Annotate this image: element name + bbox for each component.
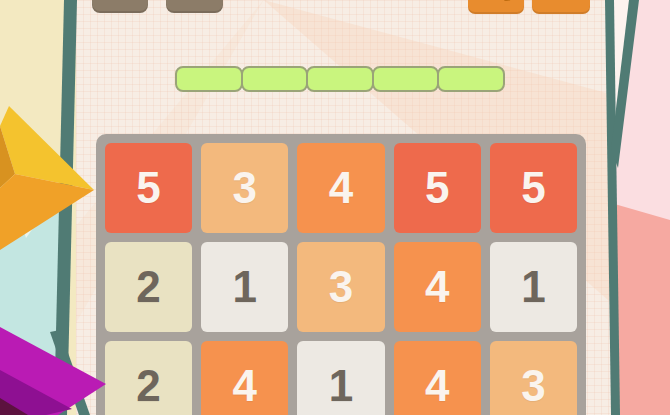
game-board: 534552134124143 <box>96 134 586 415</box>
tile-4[interactable]: 4 <box>394 242 481 332</box>
tile-2[interactable]: 2 <box>105 341 192 415</box>
tile-5[interactable]: 5 <box>105 143 192 233</box>
tile-5[interactable]: 5 <box>394 143 481 233</box>
progress-segment <box>437 66 505 92</box>
progress-segment <box>372 66 440 92</box>
undo-button[interactable] <box>468 0 524 14</box>
tile-4[interactable]: 4 <box>297 143 384 233</box>
settings-icon <box>552 0 570 1</box>
tile-1[interactable]: 1 <box>201 242 288 332</box>
progress-segment <box>241 66 309 92</box>
game-screen: 534552134124143 <box>0 0 670 415</box>
tile-3[interactable]: 3 <box>297 242 384 332</box>
menu-button-1[interactable] <box>92 0 148 13</box>
settings-button[interactable] <box>532 0 590 14</box>
tile-4[interactable]: 4 <box>394 341 481 415</box>
tile-3[interactable]: 3 <box>201 143 288 233</box>
tile-3[interactable]: 3 <box>490 341 577 415</box>
tile-1[interactable]: 1 <box>490 242 577 332</box>
undo-icon <box>496 0 518 3</box>
tile-2[interactable]: 2 <box>105 242 192 332</box>
progress-segment <box>306 66 374 92</box>
progress-bar <box>175 66 505 92</box>
progress-segment <box>175 66 243 92</box>
menu-button-2[interactable] <box>166 0 223 13</box>
tile-5[interactable]: 5 <box>490 143 577 233</box>
tile-1[interactable]: 1 <box>297 341 384 415</box>
background-right-panel <box>612 0 670 415</box>
tile-4[interactable]: 4 <box>201 341 288 415</box>
background-left-panel <box>0 0 80 415</box>
